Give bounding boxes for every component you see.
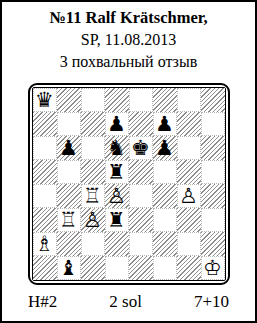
square-h7 [201,112,225,136]
square-a3 [33,208,57,232]
problem-header: №11 Ralf Krätschmer, SP, 11.08.2013 3 по… [2,2,255,73]
square-d6: ♞ [105,136,129,160]
square-d2 [105,232,129,256]
square-f8 [153,88,177,112]
square-f6: ♟ [153,136,177,160]
square-e4 [129,184,153,208]
square-g1 [177,256,201,280]
problem-award: 3 похвальный отзыв [2,51,255,73]
square-b7 [57,112,81,136]
square-b5 [57,160,81,184]
square-a5 [33,160,57,184]
piece-black-pawn: ♟ [107,112,126,136]
square-h2 [201,232,225,256]
square-c6 [81,136,105,160]
square-d1 [105,256,129,280]
problem-title: №11 Ralf Krätschmer, [2,6,255,29]
square-g4: ♙ [177,184,201,208]
square-b8 [57,88,81,112]
square-a8: ♛ [33,88,57,112]
piece-black-knight: ♞ [107,136,126,160]
square-g6 [177,136,201,160]
problem-caption: H#2 2 sol 7+10 [28,292,229,312]
square-f1 [153,256,177,280]
square-f2 [153,232,177,256]
square-e3 [129,208,153,232]
square-f7: ♟ [153,112,177,136]
square-c3: ♙ [81,208,105,232]
square-d4: ♙ [105,184,129,208]
square-c7 [81,112,105,136]
chess-board-frame: ♛♟♟♟♞♚♟♜♖♙♙♖♙♜♗♝♔ [28,83,230,285]
square-g7 [177,112,201,136]
square-e1 [129,256,153,280]
square-c2 [81,232,105,256]
problem-source-date: SP, 11.08.2013 [2,29,255,51]
square-d3: ♜ [105,208,129,232]
square-e8 [129,88,153,112]
square-h8 [201,88,225,112]
square-b2 [57,232,81,256]
piece-white-rook: ♖ [59,208,78,232]
square-g5 [177,160,201,184]
piece-black-rook: ♜ [107,160,126,184]
piece-black-rook: ♜ [107,208,126,232]
square-b1: ♝ [57,256,81,280]
piece-black-pawn: ♟ [155,112,174,136]
piece-white-bishop: ♗ [35,232,54,256]
square-e2 [129,232,153,256]
square-e6: ♚ [129,136,153,160]
square-h6 [201,136,225,160]
square-h1: ♔ [201,256,225,280]
square-g3 [177,208,201,232]
piece-black-king: ♚ [131,136,150,160]
square-b4 [57,184,81,208]
square-c8 [81,88,105,112]
square-a6 [33,136,57,160]
square-c1 [81,256,105,280]
square-b6: ♟ [57,136,81,160]
problem-card: №11 Ralf Krätschmer, SP, 11.08.2013 3 по… [0,0,257,323]
square-a7 [33,112,57,136]
square-d7: ♟ [105,112,129,136]
solutions-label: 2 sol [109,292,142,312]
piece-black-pawn: ♟ [155,136,174,160]
piece-white-pawn: ♙ [83,208,102,232]
square-h3 [201,208,225,232]
square-c4: ♖ [81,184,105,208]
square-c5 [81,160,105,184]
square-a1 [33,256,57,280]
piece-black-bishop: ♝ [59,256,78,280]
piece-black-pawn: ♟ [59,136,78,160]
square-f3 [153,208,177,232]
piece-black-queen: ♛ [35,88,54,112]
square-f5 [153,160,177,184]
piece-white-pawn: ♙ [107,184,126,208]
piece-white-king: ♔ [203,256,222,280]
chess-board: ♛♟♟♟♞♚♟♜♖♙♙♖♙♜♗♝♔ [32,87,226,281]
piece-white-rook: ♖ [83,184,102,208]
square-a4 [33,184,57,208]
square-h5 [201,160,225,184]
square-g2 [177,232,201,256]
square-a2: ♗ [33,232,57,256]
stipulation-label: H#2 [28,292,57,312]
square-f4 [153,184,177,208]
square-b3: ♖ [57,208,81,232]
material-count-label: 7+10 [194,292,229,312]
square-h4 [201,184,225,208]
square-e5 [129,160,153,184]
square-e7 [129,112,153,136]
square-g8 [177,88,201,112]
square-d5: ♜ [105,160,129,184]
piece-white-pawn: ♙ [179,184,198,208]
square-d8 [105,88,129,112]
